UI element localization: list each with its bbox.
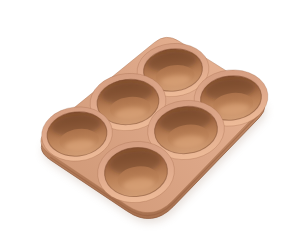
muffin-pan-photo: 6-cup muffin pan	[0, 0, 300, 250]
muffin-cups	[39, 40, 271, 206]
product-photo: 6-cup muffin pan	[0, 0, 300, 250]
